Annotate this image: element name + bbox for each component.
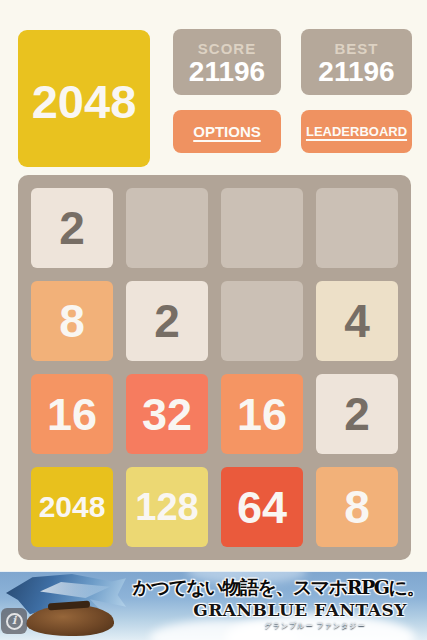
empty-cell-r1c3 [221,188,303,268]
ad-headline: かつてない物語を、スマホRPGに。 [112,575,424,601]
score-box: SCORE 21196 [173,29,281,95]
empty-cell-r1c4 [316,188,398,268]
best-label: BEST [334,40,378,57]
best-value: 21196 [318,57,394,87]
info-icon: i [6,613,23,630]
app-screen: 2048 SCORE 21196 BEST 21196 OPTIONS LEAD… [0,0,427,640]
tile-4-r2c4: 4 [316,281,398,361]
tile-128-r4c2: 128 [126,467,208,547]
tile-32-r3c2: 32 [126,374,208,454]
ad-brand-subtitle: グランブルー ファンタジー [230,621,400,631]
options-button[interactable]: OPTIONS [173,110,281,153]
tile-8-r2c1: 8 [31,281,113,361]
tile-2048-r4c1: 2048 [31,467,113,547]
airship-illustration [26,605,114,636]
tile-16-r3c1: 16 [31,374,113,454]
empty-cell-r1c2 [126,188,208,268]
tile-2-r2c2: 2 [126,281,208,361]
ad-brand-logo: GRANBLUE FANTASY [180,600,420,620]
game-logo-tile: 2048 [18,30,150,167]
best-box: BEST 21196 [301,29,412,95]
board[interactable]: 282416321622048128648 [18,175,411,560]
tile-2-r3c4: 2 [316,374,398,454]
tile-2-r1c1: 2 [31,188,113,268]
tile-64-r4c3: 64 [221,467,303,547]
empty-cell-r2c3 [221,281,303,361]
leaderboard-button[interactable]: LEADERBOARD [301,110,412,153]
tile-8-r4c4: 8 [316,467,398,547]
info-button[interactable]: i [1,608,27,634]
score-value: 21196 [189,57,265,87]
score-label: SCORE [198,40,256,57]
tile-16-r3c3: 16 [221,374,303,454]
